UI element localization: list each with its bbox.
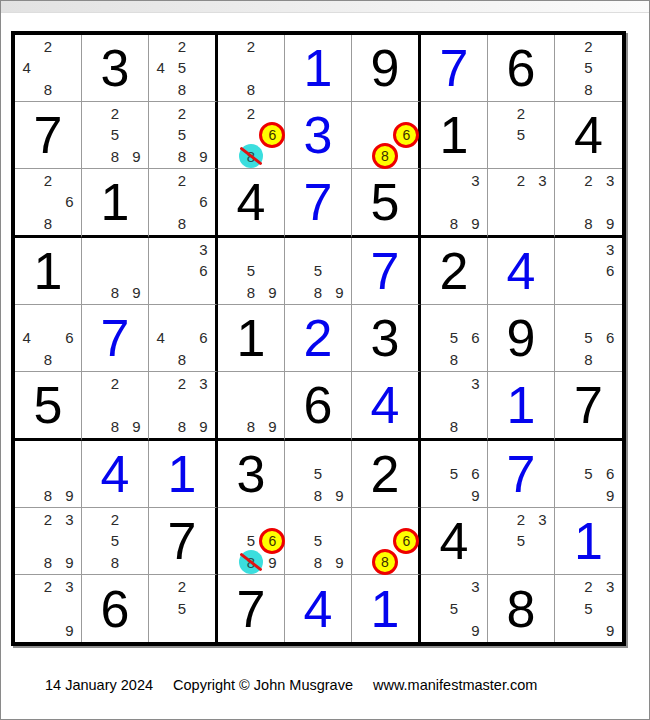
- cell-r9c6[interactable]: 1: [352, 575, 421, 642]
- yellow-highlight-circle: 6: [259, 528, 285, 554]
- cell-r1c7[interactable]: 7: [421, 35, 488, 102]
- cell-r2c5[interactable]: 3: [285, 102, 352, 169]
- candidate-5: 5: [443, 598, 464, 620]
- solved-digit: 1: [488, 372, 554, 438]
- candidate-6: 6: [193, 260, 214, 281]
- cell-r3c4[interactable]: 4: [218, 169, 285, 238]
- cell-r6c2[interactable]: 289: [82, 372, 149, 441]
- candidate-8: 8: [578, 349, 600, 370]
- candidate-grid: 239: [16, 576, 80, 641]
- solved-digit: 7: [82, 305, 148, 371]
- cell-r5c5[interactable]: 2: [285, 305, 352, 372]
- candidate-grid: 89: [16, 442, 80, 506]
- candidate-grid: 569: [556, 442, 621, 506]
- candidate-3: 3: [193, 239, 214, 260]
- given-digit: 6: [285, 372, 351, 438]
- cell-r4c8[interactable]: 4: [488, 238, 555, 305]
- cell-r7c4[interactable]: 3: [218, 441, 285, 508]
- cell-r4c3[interactable]: 36: [149, 238, 218, 305]
- cell-r8c6[interactable]: 68: [352, 508, 421, 575]
- given-digit: 3: [218, 441, 284, 507]
- candidate-grid: 68: [353, 509, 417, 573]
- yellow-highlight-circle: 6: [393, 122, 419, 148]
- candidate-8: 8: [37, 485, 58, 506]
- candidate-3: 3: [465, 170, 486, 191]
- cell-r5c9[interactable]: 568: [555, 305, 622, 372]
- candidate-8: 8: [104, 416, 125, 437]
- cyan-elimination-circle: 8: [239, 550, 263, 574]
- candidate-9: 9: [465, 485, 486, 506]
- cell-r6c8[interactable]: 1: [488, 372, 555, 441]
- given-digit: 1: [15, 238, 81, 304]
- candidate-8-circled: 8: [374, 146, 395, 167]
- window-top-strip: [1, 1, 649, 13]
- solved-digit: 1: [285, 35, 351, 101]
- candidate-5: 5: [171, 124, 192, 145]
- cell-r7c2[interactable]: 4: [82, 441, 149, 508]
- candidate-9: 9: [126, 282, 147, 303]
- candidate-2: 2: [578, 36, 600, 57]
- cell-r2c8[interactable]: 25: [488, 102, 555, 169]
- candidate-5: 5: [171, 598, 192, 620]
- candidate-3: 3: [193, 373, 214, 394]
- candidate-8: 8: [171, 416, 192, 437]
- candidate-6: 6: [599, 463, 621, 484]
- candidate-6: 6: [59, 327, 80, 348]
- cell-r5c1[interactable]: 468: [15, 305, 82, 372]
- candidate-6-circled: 6: [396, 530, 417, 551]
- candidate-grid: 2458: [150, 36, 214, 100]
- cell-r4c9[interactable]: 36: [555, 238, 622, 305]
- cell-r7c1[interactable]: 89: [15, 441, 82, 508]
- candidate-5: 5: [307, 260, 328, 281]
- cell-r9c3[interactable]: 25: [149, 575, 218, 642]
- cell-r9c5[interactable]: 4: [285, 575, 352, 642]
- given-digit: 4: [555, 102, 622, 168]
- cell-r1c3[interactable]: 2458: [149, 35, 218, 102]
- solved-digit: 7: [352, 238, 418, 304]
- candidate-6: 6: [599, 260, 621, 281]
- candidate-8: 8: [578, 79, 600, 100]
- candidate-grid: 25: [489, 103, 553, 167]
- given-digit: 5: [352, 169, 418, 235]
- given-digit: 7: [555, 372, 622, 438]
- candidate-2: 2: [578, 170, 600, 191]
- candidate-2: 2: [37, 576, 58, 598]
- candidate-5: 5: [578, 598, 600, 620]
- candidate-8-circled: 8: [374, 552, 395, 573]
- candidate-5: 5: [510, 530, 531, 551]
- candidate-grid: 2589: [150, 103, 214, 167]
- candidate-6: 6: [599, 327, 621, 348]
- cell-r4c1[interactable]: 1: [15, 238, 82, 305]
- given-digit: 1: [421, 102, 487, 168]
- candidate-6: 6: [59, 191, 80, 212]
- candidate-3: 3: [599, 239, 621, 260]
- sudoku-page: 2483245828197625872589258926836812542681…: [0, 0, 650, 720]
- given-digit: 6: [82, 575, 148, 642]
- candidate-8: 8: [104, 552, 125, 573]
- cell-r3c9[interactable]: 2389: [555, 169, 622, 238]
- cell-r3c2[interactable]: 1: [82, 169, 149, 238]
- cell-r2c7[interactable]: 1: [421, 102, 488, 169]
- candidate-9: 9: [329, 552, 350, 573]
- candidate-9: 9: [59, 485, 80, 506]
- cell-r6c5[interactable]: 6: [285, 372, 352, 441]
- candidate-grid: 268: [150, 170, 214, 234]
- solved-digit: 7: [488, 441, 554, 507]
- candidate-grid: 89: [219, 373, 283, 437]
- candidate-9: 9: [126, 146, 147, 167]
- cell-r4c5[interactable]: 589: [285, 238, 352, 305]
- candidate-9: 9: [329, 485, 350, 506]
- footer-copyright: Copyright © John Musgrave: [173, 677, 353, 693]
- cell-r7c6[interactable]: 2: [352, 441, 421, 508]
- candidate-6-circled: 6: [262, 124, 283, 145]
- candidate-grid: 569: [422, 442, 486, 506]
- cell-r4c6[interactable]: 7: [352, 238, 421, 305]
- cell-r2c3[interactable]: 2589: [149, 102, 218, 169]
- candidate-grid: 68: [353, 103, 417, 167]
- cell-r7c5[interactable]: 589: [285, 441, 352, 508]
- given-digit: 7: [149, 508, 215, 574]
- candidate-2: 2: [240, 103, 261, 124]
- cell-r5c8[interactable]: 9: [488, 305, 555, 372]
- candidate-8: 8: [443, 416, 464, 437]
- cell-r8c4[interactable]: 5689: [218, 508, 285, 575]
- candidate-5: 5: [104, 124, 125, 145]
- candidate-5: 5: [578, 327, 600, 348]
- cell-r6c7[interactable]: 38: [421, 372, 488, 441]
- candidate-8: 8: [171, 349, 192, 370]
- candidate-8: 8: [37, 349, 58, 370]
- candidate-2: 2: [171, 576, 192, 598]
- solved-digit: 3: [285, 102, 351, 168]
- cell-r5c4[interactable]: 1: [218, 305, 285, 372]
- cell-r5c6[interactable]: 3: [352, 305, 421, 372]
- cell-r8c7[interactable]: 4: [421, 508, 488, 575]
- cell-r1c9[interactable]: 258: [555, 35, 622, 102]
- solved-digit: 2: [285, 305, 351, 371]
- candidate-9: 9: [465, 619, 486, 641]
- candidate-6: 6: [465, 463, 486, 484]
- cell-r3c7[interactable]: 389: [421, 169, 488, 238]
- candidate-8: 8: [37, 552, 58, 573]
- candidate-2: 2: [171, 170, 192, 191]
- footer: 14 January 2024 Copyright © John Musgrav…: [45, 677, 537, 693]
- candidate-9: 9: [599, 485, 621, 506]
- cell-r5c7[interactable]: 568: [421, 305, 488, 372]
- candidate-grid: 5689: [219, 509, 283, 573]
- given-digit: 7: [15, 102, 81, 168]
- sudoku-grid: 2483245828197625872589258926836812542681…: [11, 31, 626, 646]
- cell-r1c5[interactable]: 1: [285, 35, 352, 102]
- candidate-2: 2: [240, 36, 261, 57]
- candidate-9: 9: [599, 213, 621, 234]
- candidate-grid: 289: [83, 373, 147, 437]
- candidate-9: 9: [599, 619, 621, 641]
- candidate-grid: 28: [219, 36, 283, 100]
- candidate-9: 9: [262, 282, 283, 303]
- candidate-6-circled: 6: [262, 530, 283, 551]
- cell-r8c8[interactable]: 235: [488, 508, 555, 575]
- candidate-8: 8: [578, 213, 600, 234]
- cell-r9c7[interactable]: 359: [421, 575, 488, 642]
- solved-digit: 7: [285, 169, 351, 235]
- candidate-4: 4: [16, 327, 37, 348]
- given-digit: 9: [488, 305, 554, 371]
- yellow-highlight-circle: 6: [393, 528, 419, 554]
- candidate-3: 3: [599, 576, 621, 598]
- candidate-8: 8: [307, 485, 328, 506]
- candidate-4: 4: [150, 327, 171, 348]
- cell-r3c3[interactable]: 268: [149, 169, 218, 238]
- cell-r8c9[interactable]: 1: [555, 508, 622, 575]
- candidate-grid: 268: [16, 170, 80, 234]
- cell-r4c7[interactable]: 2: [421, 238, 488, 305]
- given-digit: 1: [218, 305, 284, 371]
- candidate-grid: 248: [16, 36, 80, 100]
- candidate-8-eliminated: 8: [240, 552, 261, 573]
- cell-r9c8[interactable]: 8: [488, 575, 555, 642]
- candidate-8: 8: [171, 146, 192, 167]
- cell-r3c5[interactable]: 7: [285, 169, 352, 238]
- candidate-4: 4: [16, 57, 37, 78]
- candidate-grid: 235: [489, 509, 553, 573]
- candidate-5: 5: [510, 124, 531, 145]
- given-digit: 4: [421, 508, 487, 574]
- footer-website: www.manifestmaster.com: [373, 677, 537, 693]
- candidate-5: 5: [307, 530, 328, 551]
- given-digit: 7: [218, 575, 284, 642]
- candidate-4: 4: [150, 57, 171, 78]
- candidate-3: 3: [599, 170, 621, 191]
- candidate-8: 8: [37, 79, 58, 100]
- candidate-9: 9: [193, 146, 214, 167]
- candidate-8-eliminated: 8: [240, 146, 261, 167]
- solved-digit: 1: [352, 575, 418, 642]
- candidate-grid: 2389: [150, 373, 214, 437]
- candidate-grid: 568: [556, 306, 621, 370]
- candidate-2: 2: [37, 509, 58, 530]
- candidate-grid: 258: [83, 509, 147, 573]
- cell-r3c8[interactable]: 23: [488, 169, 555, 238]
- cell-r4c2[interactable]: 89: [82, 238, 149, 305]
- candidate-2: 2: [510, 509, 531, 530]
- candidate-5: 5: [171, 57, 192, 78]
- yellow-highlight-circle: 8: [372, 143, 398, 169]
- candidate-9: 9: [262, 552, 283, 573]
- cell-r6c9[interactable]: 7: [555, 372, 622, 441]
- given-digit: 4: [218, 169, 284, 235]
- candidate-grid: 2359: [556, 576, 621, 641]
- cell-r4c4[interactable]: 589: [218, 238, 285, 305]
- candidate-3: 3: [465, 576, 486, 598]
- given-digit: 3: [82, 35, 148, 101]
- cell-r6c6[interactable]: 4: [352, 372, 421, 441]
- given-digit: 5: [15, 372, 81, 438]
- candidate-2: 2: [510, 170, 531, 191]
- candidate-3: 3: [532, 509, 553, 530]
- candidate-3: 3: [532, 170, 553, 191]
- candidate-8: 8: [171, 213, 192, 234]
- candidate-grid: 468: [16, 306, 80, 370]
- cell-r2c9[interactable]: 4: [555, 102, 622, 169]
- candidate-2: 2: [578, 576, 600, 598]
- candidate-9: 9: [193, 416, 214, 437]
- candidate-2: 2: [104, 509, 125, 530]
- candidate-2: 2: [171, 103, 192, 124]
- candidate-5: 5: [307, 463, 328, 484]
- candidate-5: 5: [240, 260, 261, 281]
- candidate-8: 8: [443, 213, 464, 234]
- cell-r1c8[interactable]: 6: [488, 35, 555, 102]
- candidate-2: 2: [37, 36, 58, 57]
- cell-r7c7[interactable]: 569: [421, 441, 488, 508]
- given-digit: 2: [352, 441, 418, 507]
- candidate-9: 9: [262, 416, 283, 437]
- candidate-5: 5: [578, 57, 600, 78]
- cell-r7c9[interactable]: 569: [555, 441, 622, 508]
- cell-r1c4[interactable]: 28: [218, 35, 285, 102]
- cell-r9c1[interactable]: 239: [15, 575, 82, 642]
- candidate-5: 5: [443, 327, 464, 348]
- cell-r9c2[interactable]: 6: [82, 575, 149, 642]
- candidate-8: 8: [240, 282, 261, 303]
- candidate-5: 5: [443, 463, 464, 484]
- solved-digit: 1: [555, 508, 622, 574]
- candidate-2: 2: [104, 103, 125, 124]
- cell-r9c9[interactable]: 2359: [555, 575, 622, 642]
- candidate-2: 2: [171, 36, 192, 57]
- footer-date: 14 January 2024: [45, 677, 153, 693]
- cell-r1c2[interactable]: 3: [82, 35, 149, 102]
- solved-digit: 4: [285, 575, 351, 642]
- candidate-grid: 89: [83, 239, 147, 303]
- candidate-grid: 258: [556, 36, 621, 100]
- candidate-8: 8: [443, 349, 464, 370]
- candidate-grid: 2389: [556, 170, 621, 234]
- candidate-grid: 589: [286, 442, 350, 506]
- candidate-grid: 36: [556, 239, 621, 303]
- cell-r3c6[interactable]: 5: [352, 169, 421, 238]
- candidate-6: 6: [193, 327, 214, 348]
- candidate-2: 2: [510, 103, 531, 124]
- cell-r7c8[interactable]: 7: [488, 441, 555, 508]
- candidate-8: 8: [37, 213, 58, 234]
- candidate-grid: 23: [489, 170, 553, 234]
- candidate-8: 8: [104, 146, 125, 167]
- candidate-grid: 389: [422, 170, 486, 234]
- candidate-3: 3: [59, 509, 80, 530]
- candidate-grid: 589: [286, 509, 350, 573]
- candidate-6: 6: [193, 191, 214, 212]
- candidate-9: 9: [126, 416, 147, 437]
- candidate-grid: 589: [286, 239, 350, 303]
- cell-r2c4[interactable]: 268: [218, 102, 285, 169]
- candidate-grid: 36: [150, 239, 214, 303]
- given-digit: 6: [488, 35, 554, 101]
- given-digit: 9: [352, 35, 418, 101]
- cell-r8c3[interactable]: 7: [149, 508, 218, 575]
- cell-r2c1[interactable]: 7: [15, 102, 82, 169]
- cell-r7c3[interactable]: 1: [149, 441, 218, 508]
- cell-r2c2[interactable]: 2589: [82, 102, 149, 169]
- yellow-highlight-circle: 6: [259, 122, 285, 148]
- candidate-3: 3: [59, 576, 80, 598]
- candidate-grid: 25: [150, 576, 214, 641]
- candidate-8: 8: [240, 79, 261, 100]
- candidate-grid: 2589: [83, 103, 147, 167]
- candidate-8: 8: [307, 552, 328, 573]
- cell-r5c3[interactable]: 468: [149, 305, 218, 372]
- cell-r6c3[interactable]: 2389: [149, 372, 218, 441]
- solved-digit: 1: [149, 441, 215, 507]
- cyan-elimination-circle: 8: [239, 144, 263, 168]
- candidate-3: 3: [465, 373, 486, 394]
- candidate-8: 8: [104, 282, 125, 303]
- candidate-2: 2: [37, 170, 58, 191]
- cell-r5c2[interactable]: 7: [82, 305, 149, 372]
- cell-r3c1[interactable]: 268: [15, 169, 82, 238]
- candidate-8: 8: [171, 79, 192, 100]
- cell-r2c6[interactable]: 68: [352, 102, 421, 169]
- candidate-grid: 568: [422, 306, 486, 370]
- candidate-5: 5: [104, 530, 125, 551]
- solved-digit: 7: [421, 35, 487, 101]
- cell-r8c5[interactable]: 589: [285, 508, 352, 575]
- candidate-grid: 38: [422, 373, 486, 437]
- given-digit: 3: [352, 305, 418, 371]
- candidate-6-circled: 6: [396, 124, 417, 145]
- cell-r1c1[interactable]: 248: [15, 35, 82, 102]
- candidate-9: 9: [329, 282, 350, 303]
- cell-r8c1[interactable]: 2389: [15, 508, 82, 575]
- candidate-2: 2: [171, 373, 192, 394]
- candidate-5: 5: [578, 463, 600, 484]
- candidate-grid: 268: [219, 103, 283, 167]
- candidate-9: 9: [59, 552, 80, 573]
- given-digit: 1: [82, 169, 148, 235]
- cell-r6c4[interactable]: 89: [218, 372, 285, 441]
- candidate-8: 8: [307, 282, 328, 303]
- given-digit: 8: [488, 575, 554, 642]
- cell-r9c4[interactable]: 7: [218, 575, 285, 642]
- cell-r6c1[interactable]: 5: [15, 372, 82, 441]
- candidate-grid: 359: [422, 576, 486, 641]
- solved-digit: 4: [352, 372, 418, 438]
- candidate-9: 9: [465, 213, 486, 234]
- solved-digit: 4: [488, 238, 554, 304]
- cell-r1c6[interactable]: 9: [352, 35, 421, 102]
- yellow-highlight-circle: 8: [372, 549, 398, 575]
- candidate-2: 2: [104, 373, 125, 394]
- candidate-9: 9: [59, 619, 80, 641]
- candidate-grid: 468: [150, 306, 214, 370]
- candidate-6: 6: [465, 327, 486, 348]
- given-digit: 2: [421, 238, 487, 304]
- solved-digit: 4: [82, 441, 148, 507]
- candidate-8: 8: [240, 416, 261, 437]
- candidate-grid: 2389: [16, 509, 80, 573]
- candidate-grid: 589: [219, 239, 283, 303]
- cell-r8c2[interactable]: 258: [82, 508, 149, 575]
